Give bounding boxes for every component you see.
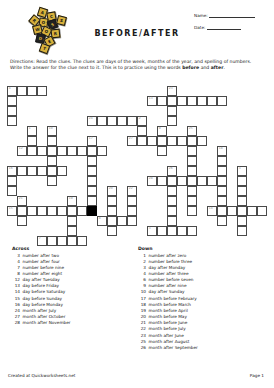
clue-number: 23: [169, 87, 173, 90]
grid-cell[interactable]: [107, 196, 117, 206]
grid-cell[interactable]: [167, 216, 177, 226]
grid-cell[interactable]: [197, 96, 207, 106]
clue-number: 24: [89, 117, 93, 120]
grid-cell[interactable]: [187, 176, 197, 186]
date-label: Date:: [194, 25, 205, 30]
grid-cell[interactable]: [57, 146, 67, 156]
grid-cell[interactable]: 7: [37, 236, 47, 246]
grid-cell[interactable]: [157, 96, 167, 106]
clue-number: 14: [209, 207, 213, 210]
grid-cell[interactable]: 13: [147, 96, 157, 106]
grid-cell[interactable]: [167, 96, 177, 106]
grid-cell[interactable]: [187, 186, 197, 196]
grid-cell[interactable]: [17, 216, 27, 226]
grid-cell[interactable]: [27, 136, 37, 146]
grid-cell[interactable]: [47, 206, 57, 216]
grid-cell[interactable]: 3: [237, 166, 247, 176]
grid-cell[interactable]: 24: [87, 116, 97, 126]
grid-cell[interactable]: [187, 196, 197, 206]
clue-item-text: month before February: [149, 296, 197, 301]
clue-number: 17: [89, 137, 93, 140]
grid-cell[interactable]: [127, 196, 137, 206]
clue-item-text: number after nine: [149, 283, 187, 288]
clue-number: 2: [139, 117, 141, 120]
grid-cell[interactable]: [147, 136, 157, 146]
grid-cell[interactable]: [17, 86, 27, 96]
grid-cell[interactable]: [27, 206, 37, 216]
grid-cell[interactable]: [87, 186, 97, 196]
grid-cell[interactable]: [87, 176, 97, 186]
grid-cell[interactable]: [37, 206, 47, 216]
grid-cell[interactable]: [217, 206, 227, 216]
grid-cell[interactable]: [237, 216, 247, 226]
clue-number: 16: [9, 167, 13, 170]
clue-number: 1: [29, 127, 31, 130]
grid-cell[interactable]: [27, 86, 37, 96]
grid-cell[interactable]: [67, 226, 77, 236]
clue-number: 12: [19, 147, 23, 150]
clue-item-text: day before Saturday: [23, 289, 66, 294]
grid-cell[interactable]: [237, 206, 247, 216]
clue-item-text: month after June: [149, 333, 184, 338]
footer-credit: Created at Quickworksheets.net: [8, 373, 75, 378]
clue-number: 7: [39, 237, 41, 240]
grid-cell[interactable]: [7, 176, 17, 186]
grid-cell[interactable]: [117, 216, 127, 226]
grid-cell[interactable]: [37, 166, 47, 176]
directions-text: Directions: Read the clues. The clues ar…: [10, 59, 266, 71]
grid-cell[interactable]: [157, 136, 167, 146]
down-clues: 1number after zero2number before three3d…: [138, 253, 268, 352]
grid-cell[interactable]: [237, 176, 247, 186]
clue-item-text: number after two: [23, 253, 60, 258]
grid-cell[interactable]: [207, 96, 217, 106]
clue-number: 9: [159, 127, 161, 130]
grid-cell[interactable]: [57, 166, 67, 176]
grid-cell[interactable]: [127, 216, 137, 226]
grid-cell[interactable]: 4: [7, 86, 17, 96]
grid-cell[interactable]: [177, 226, 187, 236]
grid-cell[interactable]: [7, 116, 17, 126]
grid-cell[interactable]: [137, 136, 147, 146]
worksheet-page: ACROSSWORDET BEFORE/AFTER Name: Date: Di…: [0, 0, 274, 388]
grid-cell[interactable]: [7, 186, 17, 196]
grid-cell[interactable]: 27: [127, 136, 137, 146]
down-header: Down: [138, 246, 268, 251]
grid-cell[interactable]: 21: [17, 196, 27, 206]
grid-cell[interactable]: [17, 206, 27, 216]
clue-number: 3: [239, 167, 241, 170]
grid-cell[interactable]: [217, 156, 227, 166]
grid-cell[interactable]: [7, 106, 17, 116]
grid-cell[interactable]: [217, 96, 227, 106]
clue-number: 22: [129, 187, 133, 190]
grid-cell[interactable]: [257, 206, 267, 216]
grid-cell[interactable]: [97, 146, 107, 156]
grid-cell[interactable]: 25: [187, 126, 197, 136]
grid-cell[interactable]: [127, 116, 137, 126]
grid-cell[interactable]: [57, 206, 67, 216]
grid-cell[interactable]: [157, 146, 167, 156]
grid-cell[interactable]: [47, 136, 57, 146]
grid-cell[interactable]: [67, 216, 77, 226]
grid-cell[interactable]: [87, 166, 97, 176]
grid-cell[interactable]: [47, 176, 57, 186]
grid-cell[interactable]: [217, 166, 227, 176]
clue-item-text: number before three: [149, 259, 193, 264]
name-date-block: Name: Date:: [194, 13, 266, 37]
clue-number: 3: [149, 227, 151, 230]
footer-page-number: Page 1: [250, 373, 264, 378]
grid-cell[interactable]: 15: [7, 206, 17, 216]
grid-cell[interactable]: 10: [47, 126, 57, 136]
grid-cell[interactable]: [87, 146, 97, 156]
clue-item-text: month before July: [149, 326, 186, 331]
grid-cell[interactable]: [77, 146, 87, 156]
clue-item: 28month after November: [12, 320, 134, 326]
clue-item-text: month after November: [23, 320, 71, 325]
grid-cell[interactable]: [187, 156, 197, 166]
grid-cell[interactable]: [217, 196, 227, 206]
grid-cell[interactable]: [197, 176, 207, 186]
grid-cell[interactable]: [167, 176, 177, 186]
clue-item-text: month after July: [23, 308, 57, 313]
clue-item-text: number after zero: [149, 253, 187, 258]
grid-cell[interactable]: [197, 136, 207, 146]
clue-item-text: month before May: [149, 314, 187, 319]
grid-cell[interactable]: [167, 196, 177, 206]
clue-item-text: number after three: [149, 271, 189, 276]
grid-cell[interactable]: [127, 206, 137, 216]
clue-item-text: number before nine: [23, 265, 65, 270]
grid-cell[interactable]: [207, 176, 217, 186]
grid-cell[interactable]: [237, 196, 247, 206]
grid-cell[interactable]: [107, 206, 117, 216]
grid-cell[interactable]: 14: [207, 206, 217, 216]
down-clue-list: Down 1number after zero2number before th…: [138, 246, 268, 351]
grid-cell[interactable]: [47, 166, 57, 176]
grid-cell[interactable]: [177, 176, 187, 186]
grid-cell[interactable]: 28: [147, 176, 157, 186]
clue-number: 10: [49, 127, 53, 130]
clue-item-text: number after eight: [23, 271, 63, 276]
grid-cell[interactable]: [157, 176, 167, 186]
name-field[interactable]: [209, 13, 255, 18]
date-field[interactable]: [207, 25, 241, 30]
clue-item-text: month before March: [149, 302, 192, 307]
black-cell: [87, 206, 97, 216]
clue-item-text: day before Friday: [23, 283, 60, 288]
clue-item-number: 26: [138, 345, 146, 351]
grid-cell[interactable]: [67, 206, 77, 216]
grid-cell[interactable]: 26: [167, 166, 177, 176]
grid-cell[interactable]: 2: [137, 116, 147, 126]
grid-cell[interactable]: [7, 96, 17, 106]
grid-cell[interactable]: 16: [7, 166, 17, 176]
grid-cell[interactable]: [107, 216, 117, 226]
grid-cell[interactable]: [167, 106, 177, 116]
grid-cell[interactable]: [177, 96, 187, 106]
grid-cell[interactable]: [167, 116, 177, 126]
grid-cell[interactable]: [57, 236, 67, 246]
grid-cell[interactable]: [227, 206, 237, 216]
clue-item-text: day after Monday: [149, 265, 186, 270]
grid-cell[interactable]: [37, 146, 47, 156]
clue-item-text: day before Monday: [23, 302, 63, 307]
grid-cell[interactable]: 23: [167, 86, 177, 96]
grid-cell[interactable]: [17, 166, 27, 176]
clue-number: 20: [109, 187, 113, 190]
grid-cell[interactable]: [187, 166, 197, 176]
grid-cell[interactable]: 20: [107, 186, 117, 196]
grid-cell[interactable]: [177, 136, 187, 146]
grid-cell[interactable]: [87, 196, 97, 206]
grid-cell[interactable]: 19: [67, 196, 77, 206]
clue-item-text: month after September: [149, 345, 198, 350]
grid-cell[interactable]: [47, 236, 57, 246]
clue-number: 8: [99, 217, 101, 220]
grid-cell[interactable]: [37, 86, 47, 96]
clue-item-text: number before seven: [149, 277, 194, 282]
grid-cell[interactable]: [237, 186, 247, 196]
grid-cell[interactable]: 9: [157, 126, 167, 136]
grid-cell[interactable]: 12: [17, 146, 27, 156]
grid-cell[interactable]: [217, 216, 227, 226]
grid-cell[interactable]: [27, 166, 37, 176]
grid-cell[interactable]: [77, 236, 87, 246]
clue-number: 26: [169, 167, 173, 170]
clue-item-text: month after August: [149, 339, 190, 344]
grid-cell[interactable]: [87, 156, 97, 166]
grid-cell[interactable]: [27, 146, 37, 156]
grid-cell[interactable]: [117, 116, 127, 126]
grid-cell[interactable]: [187, 206, 197, 216]
grid-cell[interactable]: 18: [217, 146, 227, 156]
grid-cell[interactable]: [217, 176, 227, 186]
clue-number: 15: [9, 207, 13, 210]
grid-cell[interactable]: [167, 186, 177, 196]
clue-number: 28: [149, 177, 153, 180]
clue-item-text: month before April: [149, 308, 188, 313]
across-clue-list: Across 3number after two4number after fo…: [12, 246, 134, 326]
grid-cell[interactable]: [187, 146, 197, 156]
clue-number: 18: [219, 147, 223, 150]
clue-item-text: day after Tuesday: [23, 277, 60, 282]
clue-item-number: 28: [12, 320, 20, 326]
grid-cell[interactable]: [167, 206, 177, 216]
grid-cell[interactable]: 3: [147, 226, 157, 236]
clue-number: 27: [129, 137, 133, 140]
grid-cell[interactable]: 17: [87, 136, 97, 146]
clue-number: 25: [189, 127, 193, 130]
grid-cell[interactable]: [137, 126, 147, 136]
grid-cell[interactable]: [247, 206, 257, 216]
grid-cell[interactable]: 22: [127, 186, 137, 196]
clue-item-text: number after four: [23, 259, 60, 264]
name-label: Name:: [194, 13, 208, 18]
across-clues: 3number after two4number after four7numb…: [12, 253, 134, 327]
grid-cell[interactable]: [187, 136, 197, 146]
grid-cell[interactable]: [47, 156, 57, 166]
clue-number: 21: [19, 197, 23, 200]
across-header: Across: [12, 246, 134, 251]
clue-item-text: day before Sunday: [23, 296, 63, 301]
clipart-tile: S: [56, 15, 67, 26]
clue-item-text: day after Sunday: [149, 289, 185, 294]
grid-cell[interactable]: 8: [97, 216, 107, 226]
clue-number: 13: [149, 97, 153, 100]
grid-cell[interactable]: 1: [27, 126, 37, 136]
grid-cell[interactable]: [107, 116, 117, 126]
clue-number: 4: [9, 87, 11, 90]
grid-cell[interactable]: [157, 226, 167, 236]
grid-cell[interactable]: [167, 226, 177, 236]
clue-item: 26month after September: [138, 345, 268, 351]
grid-cell[interactable]: [67, 146, 77, 156]
grid-cell[interactable]: [167, 136, 177, 146]
grid-cell[interactable]: [187, 96, 197, 106]
grid-cell[interactable]: [187, 226, 197, 236]
grid-cell[interactable]: [107, 226, 117, 236]
clue-item-text: month after October: [23, 314, 66, 319]
clipart-tile: T: [39, 43, 51, 55]
clue-number: 19: [69, 197, 73, 200]
grid-cell[interactable]: [77, 206, 87, 216]
grid-cell[interactable]: [47, 146, 57, 156]
grid-cell[interactable]: [97, 116, 107, 126]
crossword-grid: 4231324211092517271218162632820222119151…: [7, 86, 267, 246]
clue-item-text: month before June: [149, 320, 188, 325]
grid-cell[interactable]: [67, 236, 77, 246]
grid-cell[interactable]: [217, 186, 227, 196]
grid-cell[interactable]: [237, 226, 247, 236]
